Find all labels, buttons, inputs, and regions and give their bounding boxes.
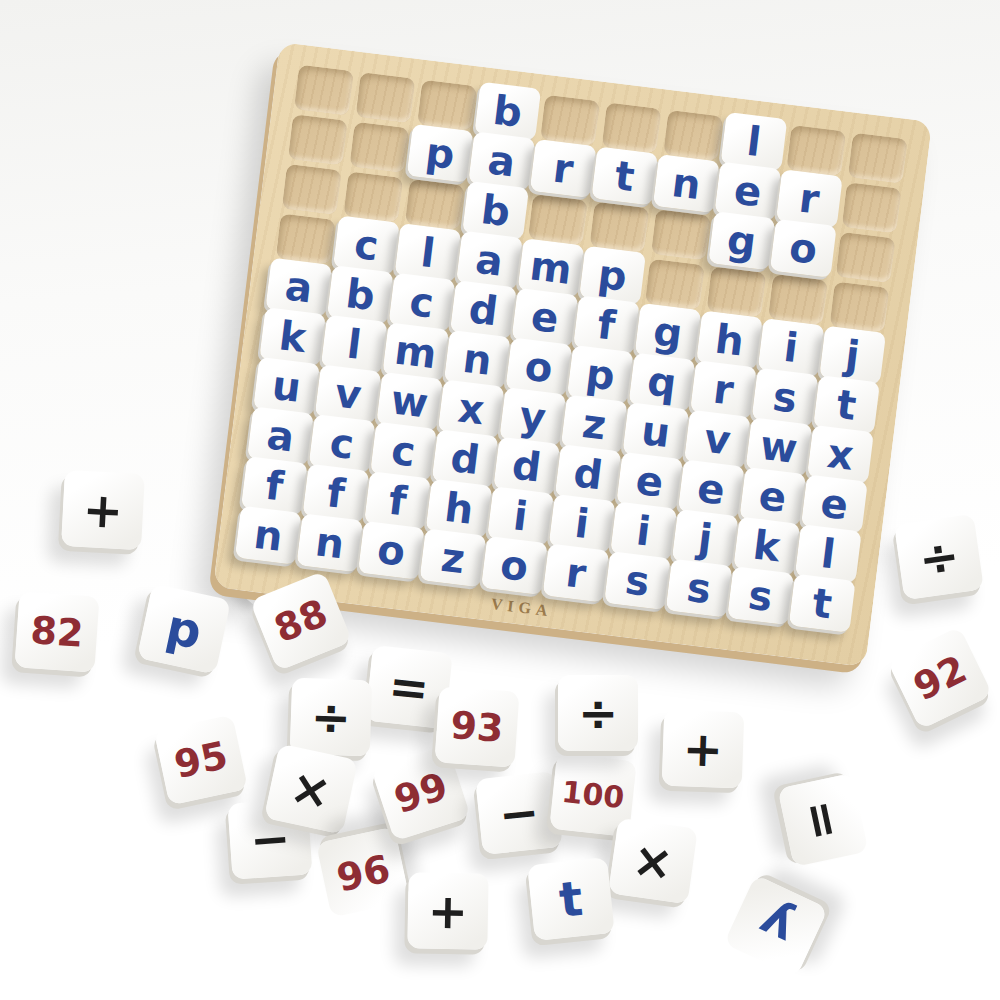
board-cell-r6c1: k bbox=[263, 313, 323, 364]
board-cell-r2c7: n bbox=[657, 159, 717, 210]
board-cell-r8c9: e bbox=[744, 472, 804, 523]
board-cell-r6c7: q bbox=[633, 358, 693, 409]
board-cell-r6c10: t bbox=[817, 381, 877, 432]
board-cell-r7c10: x bbox=[811, 430, 871, 481]
board-cell-r1c8: l bbox=[725, 117, 785, 168]
board-cell-r7c2: v bbox=[319, 370, 379, 421]
board-cell-r10c6: r bbox=[547, 549, 607, 600]
letter-tile-n-r2c7[interactable]: n bbox=[653, 154, 720, 213]
board-cell-r2c3: p bbox=[411, 129, 471, 180]
loose-plus-tile-2[interactable]: + bbox=[662, 710, 745, 789]
letter-tile-n-r10c1[interactable]: n bbox=[235, 506, 302, 565]
letter-tile-r-r2c5[interactable]: r bbox=[530, 139, 597, 198]
board-cell-r10c1: n bbox=[239, 511, 299, 562]
board-cell-r7c3: w bbox=[380, 377, 440, 428]
board-cell-r9c7: i bbox=[614, 507, 674, 558]
board-cell-r8c1: a bbox=[251, 412, 311, 463]
board-cell-r3c3 bbox=[405, 179, 465, 230]
board-cell-r5c3: c bbox=[393, 278, 453, 329]
board-cell-r10c5: o bbox=[485, 541, 545, 592]
board-cell-r1c1 bbox=[294, 65, 354, 116]
board-cell-r2c2 bbox=[349, 122, 409, 173]
viga-logo: VIGA bbox=[490, 595, 554, 620]
loose-number-96-tile[interactable]: 96 bbox=[316, 827, 410, 918]
board-cell-r10c8: s bbox=[670, 564, 730, 615]
board-cell-r9c6: i bbox=[553, 499, 613, 550]
board-cell-r7c6: z bbox=[565, 400, 625, 451]
board-cell-r5c2: b bbox=[331, 271, 391, 322]
loose-number-92-tile[interactable]: 92 bbox=[887, 626, 992, 729]
letter-tile-n-r10c2[interactable]: n bbox=[296, 513, 363, 572]
loose-minus-tile-1[interactable]: − bbox=[475, 771, 563, 855]
board-cell-r2c5: r bbox=[534, 144, 594, 195]
board-cell-r5c10: j bbox=[823, 331, 883, 382]
board-cell-r9c4: h bbox=[430, 484, 490, 535]
board-cell-r9c2: f bbox=[307, 469, 367, 520]
board-cell-r4c6: p bbox=[583, 251, 643, 302]
board-cell-r3c10 bbox=[836, 232, 896, 283]
board-cell-r1c3 bbox=[417, 80, 477, 131]
scene: blpartnerbgoclampabcdefghijklmnopqrstuvw… bbox=[0, 0, 1000, 1000]
board-cell-r8c2: c bbox=[313, 419, 373, 470]
letter-tile-o-r10c3[interactable]: o bbox=[358, 521, 425, 580]
letter-tile-o-r3c9[interactable]: o bbox=[770, 219, 837, 278]
loose-divide-tile-1[interactable]: ÷ bbox=[290, 678, 373, 757]
board-cell-r2c4: a bbox=[472, 137, 532, 188]
loose-plus-tile-1[interactable]: + bbox=[61, 470, 145, 550]
board-cell-r1c2 bbox=[355, 72, 415, 123]
board-cell-r4c2: c bbox=[337, 221, 397, 272]
board-cell-r8c4: d bbox=[436, 435, 496, 486]
board-cell-r3c7 bbox=[651, 209, 711, 260]
loose-letter-y-tile-rotated[interactable]: y bbox=[724, 875, 829, 978]
board-cell-r10c10: t bbox=[793, 579, 853, 630]
board-cell-r8c7: e bbox=[620, 457, 680, 508]
board-cell-r4c4: a bbox=[460, 236, 520, 287]
loose-equals-tile-2[interactable]: = bbox=[778, 773, 869, 867]
board-cell-r2c9: r bbox=[780, 175, 840, 226]
loose-letter-p-tile[interactable]: p bbox=[137, 584, 231, 675]
board-cell-r6c2: l bbox=[325, 320, 385, 371]
letter-tile-t-r10c10[interactable]: t bbox=[789, 574, 856, 633]
board-cell-r9c8: j bbox=[676, 514, 736, 565]
letter-tile-s-r10c7[interactable]: s bbox=[604, 551, 671, 610]
loose-plus-tile-3[interactable]: + bbox=[407, 872, 488, 949]
board-cell-r6c4: n bbox=[448, 335, 508, 386]
board-cell-r3c9: o bbox=[774, 224, 834, 275]
board-cell-r1c9 bbox=[786, 125, 846, 176]
board-cell-r9c5: i bbox=[491, 492, 551, 543]
board-cell-r5c4: d bbox=[454, 286, 514, 337]
board-cell-r1c5 bbox=[540, 95, 600, 146]
board-cell-r4c10 bbox=[829, 281, 889, 332]
board-cell-r5c1: a bbox=[270, 263, 330, 314]
board-cell-r1c10 bbox=[848, 133, 908, 184]
board-cell-r8c6: d bbox=[559, 450, 619, 501]
board-cell-r2c6: t bbox=[596, 152, 656, 203]
board-cell-r6c3: m bbox=[387, 328, 447, 379]
board-cell-r7c9: w bbox=[750, 423, 810, 474]
loose-divide-tile-3[interactable]: ÷ bbox=[894, 514, 984, 600]
board-grid: blpartnerbgoclampabcdefghijklmnopqrstuvw… bbox=[239, 65, 908, 631]
board-cell-r3c4: b bbox=[466, 186, 526, 237]
loose-number-82-tile[interactable]: 82 bbox=[14, 591, 99, 672]
board-cell-r8c3: c bbox=[374, 427, 434, 478]
board-cell-r10c9: s bbox=[731, 572, 791, 623]
letter-tile-o-r10c5[interactable]: o bbox=[481, 536, 548, 595]
board-cell-r5c6: f bbox=[577, 301, 637, 352]
letter-board: blpartnerbgoclampabcdefghijklmnopqrstuvw… bbox=[213, 42, 932, 667]
letter-tile-s-r10c8[interactable]: s bbox=[666, 559, 733, 618]
board-cell-r4c3: l bbox=[399, 229, 459, 280]
board-cell-r6c5: o bbox=[510, 343, 570, 394]
board-cell-r6c8: r bbox=[694, 366, 754, 417]
board-cell-r3c2 bbox=[343, 171, 403, 222]
board-cell-r2c8: e bbox=[719, 167, 779, 218]
board-cell-r3c6 bbox=[589, 202, 649, 253]
board-cell-r4c9 bbox=[768, 274, 828, 325]
board-cell-r4c7 bbox=[645, 259, 705, 310]
board-cell-r5c7: g bbox=[639, 308, 699, 359]
board-cell-r9c1: f bbox=[245, 462, 305, 513]
board-cell-r3c8: g bbox=[712, 217, 772, 268]
board-cell-r2c1 bbox=[288, 114, 348, 165]
loose-multiply-tile-2[interactable]: × bbox=[608, 818, 698, 904]
board-cell-r1c6 bbox=[602, 102, 662, 153]
board-cell-r3c5 bbox=[528, 194, 588, 245]
board-cell-r4c1 bbox=[276, 213, 336, 264]
board-cell-r7c5: y bbox=[504, 393, 564, 444]
loose-number-93-tile[interactable]: 93 bbox=[434, 686, 519, 767]
board-cell-r5c8: h bbox=[700, 316, 760, 367]
board-cell-r8c10: e bbox=[805, 480, 865, 531]
board-cell-r4c8 bbox=[706, 266, 766, 317]
letter-tile-s-r10c9[interactable]: s bbox=[727, 566, 794, 625]
letter-tile-r-r10c6[interactable]: r bbox=[543, 544, 610, 603]
board-cell-r8c8: e bbox=[682, 465, 742, 516]
board-cell-r9c10: l bbox=[799, 530, 859, 581]
letter-tile-g-r3c8[interactable]: g bbox=[708, 211, 775, 270]
board-cell-r1c4: b bbox=[479, 87, 539, 138]
board-cell-r6c6: p bbox=[571, 350, 631, 401]
board-cell-r2c10 bbox=[842, 182, 902, 233]
board-cell-r7c1: u bbox=[257, 362, 317, 413]
board-cell-r10c2: n bbox=[301, 519, 361, 570]
letter-tile-z-r10c4[interactable]: z bbox=[419, 528, 486, 587]
board-cell-r1c7 bbox=[663, 110, 723, 161]
board-cell-r5c5: e bbox=[516, 293, 576, 344]
loose-letter-t-tile[interactable]: t bbox=[527, 857, 615, 941]
board-cell-r10c7: s bbox=[608, 557, 668, 608]
board-cell-r5c9: i bbox=[762, 323, 822, 374]
board-cell-r7c7: u bbox=[627, 408, 687, 459]
board-cell-r9c9: k bbox=[737, 522, 797, 573]
board-cell-r10c4: z bbox=[424, 534, 484, 585]
board-cell-r7c4: x bbox=[442, 385, 502, 436]
board-cell-r4c5: m bbox=[522, 244, 582, 295]
letter-tile-t-r2c6[interactable]: t bbox=[591, 146, 658, 205]
board-cell-r10c3: o bbox=[362, 526, 422, 577]
loose-divide-tile-2[interactable]: ÷ bbox=[558, 675, 638, 751]
loose-number-95-tile[interactable]: 95 bbox=[154, 715, 248, 806]
loose-multiply-tile-1[interactable]: × bbox=[264, 744, 358, 835]
board-cell-r6c9: s bbox=[756, 373, 816, 424]
board-cell-r8c5: d bbox=[497, 442, 557, 493]
board-cell-r7c8: v bbox=[688, 415, 748, 466]
letter-tile-p-r2c3[interactable]: p bbox=[407, 124, 474, 183]
board-cell-r3c1 bbox=[282, 164, 342, 215]
board-cell-r9c3: f bbox=[368, 477, 428, 528]
